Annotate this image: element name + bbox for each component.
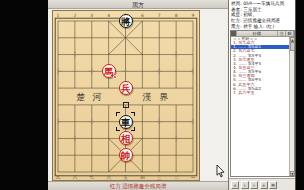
scroll-down-icon[interactable]: ▼ — [290, 171, 295, 176]
nav-last-button[interactable]: » — [260, 181, 268, 189]
app-screen: 黑方 楚河漢界123456789九八七六五四三二一 將馬兵車相帥 红方 适情雅趣… — [0, 0, 304, 190]
nav-prev-button[interactable]: ‹ — [241, 181, 249, 189]
board-section: 黑方 楚河漢界123456789九八七六五四三二一 將馬兵車相帥 红方 适情雅趣… — [48, 0, 228, 190]
red-side-label: 红方 适情雅趣全残局谱 — [48, 181, 228, 190]
move-list[interactable]: 行棋注解 ＝＝开始＝＝1. 马七进六1. …… 车5进12. 马六进七2. ……… — [230, 30, 295, 177]
black-general-glyph: 將 — [119, 14, 133, 28]
last-move-dot — [113, 75, 117, 79]
red-soldier[interactable]: 兵 — [119, 81, 133, 95]
black-chariot[interactable]: 車 — [119, 115, 133, 129]
black-general[interactable]: 將 — [119, 14, 133, 28]
game-info: 棋局: 059—一车擒马兵局著者: 三乐居士难度: 初级。红方: 适情雅趣全残局… — [231, 1, 295, 30]
xiangqi-board[interactable]: 楚河漢界123456789九八七六五四三二一 將馬兵車相帥 — [52, 10, 200, 181]
mouse-cursor — [216, 165, 225, 178]
red-elephant-glyph: 相 — [119, 131, 133, 145]
nav-first-button[interactable]: « — [231, 181, 239, 189]
red-soldier-glyph: 兵 — [119, 81, 133, 95]
scrollbar-thumb[interactable] — [290, 42, 295, 51]
move-list-scrollbar[interactable]: ▲ ▼ — [289, 37, 294, 176]
red-general-glyph: 帥 — [119, 148, 133, 162]
move-header-1: 行棋 — [237, 31, 278, 36]
side-panel: 棋局: 059—一车擒马兵局著者: 三乐居士难度: 初级。红方: 适情雅趣全残局… — [228, 0, 296, 190]
red-general[interactable]: 帥 — [119, 148, 133, 162]
info-line-5: 黑方: 棋手 输入: (红) — [231, 24, 295, 30]
move-rows: ＝＝开始＝＝1. 马七进六1. …… 车5进12. 马六进七2. …… 车5平4… — [231, 37, 289, 176]
move-header-2: 注 — [278, 31, 286, 36]
move-row[interactable]: 7. 兵六平五 — [231, 91, 289, 95]
selection-bracket — [131, 112, 136, 117]
move-header-3: 解 — [286, 31, 294, 36]
nav-next-button[interactable]: › — [250, 181, 258, 189]
black-side-label: 黑方 — [48, 0, 228, 9]
red-horse[interactable]: 馬 — [102, 64, 116, 78]
nav-menu-button[interactable]: ≡ — [269, 181, 277, 189]
move-from-marker — [123, 102, 129, 108]
red-elephant[interactable]: 相 — [119, 131, 133, 145]
pieces-grid: 將馬兵車相帥 — [50, 13, 202, 181]
navigation-bar: «‹›»≡ — [229, 178, 295, 190]
selection-bracket — [116, 112, 121, 117]
